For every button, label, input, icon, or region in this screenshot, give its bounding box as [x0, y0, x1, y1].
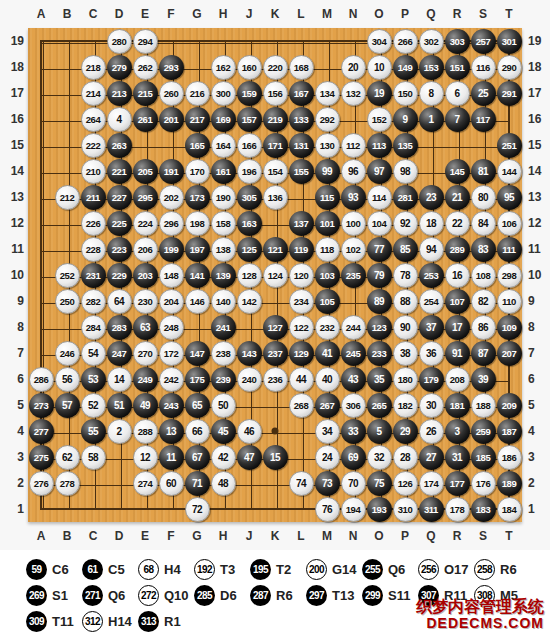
intersection-E5: 49 — [132, 392, 158, 418]
white-caption-stone: 192 — [194, 559, 215, 580]
white-stone-N15: 112 — [341, 133, 366, 158]
intersection-L18: 168 — [288, 54, 314, 80]
intersection-G6: 175 — [184, 366, 210, 392]
intersection-L8: 122 — [288, 314, 314, 340]
intersection-T1: 184 — [496, 496, 522, 522]
white-stone-F17: 260 — [159, 81, 184, 106]
intersection-M19 — [314, 28, 340, 54]
intersection-N15: 112 — [340, 132, 366, 158]
intersection-K17: 156 — [262, 80, 288, 106]
white-stone-C5: 52 — [81, 393, 106, 418]
black-stone-F5: 243 — [159, 393, 184, 418]
row-label: 18 — [524, 54, 548, 80]
intersection-R10: 16 — [444, 262, 470, 288]
intersection-M1: 76 — [314, 496, 340, 522]
white-stone-R12: 22 — [445, 211, 470, 236]
column-label: S — [470, 527, 496, 545]
intersection-Q11: 94 — [418, 236, 444, 262]
intersection-K5 — [262, 392, 288, 418]
white-stone-S2: 176 — [471, 471, 496, 496]
intersection-S5: 188 — [470, 392, 496, 418]
white-stone-S8: 86 — [471, 315, 496, 340]
intersection-T16 — [496, 106, 522, 132]
intersection-K14: 154 — [262, 158, 288, 184]
intersection-Q3: 27 — [418, 444, 444, 470]
white-stone-S12: 84 — [471, 211, 496, 236]
intersection-F12: 296 — [158, 210, 184, 236]
white-stone-H15: 164 — [211, 133, 236, 158]
black-stone-S19: 257 — [471, 29, 496, 54]
intersection-E15 — [132, 132, 158, 158]
black-stone-L11: 119 — [289, 237, 314, 262]
intersection-S6: 39 — [470, 366, 496, 392]
black-stone-N13: 93 — [341, 185, 366, 210]
intersection-P9: 88 — [392, 288, 418, 314]
intersection-O1: 193 — [366, 496, 392, 522]
intersection-T13: 95 — [496, 184, 522, 210]
intersection-T6 — [496, 366, 522, 392]
white-stone-T18: 290 — [497, 55, 522, 80]
caption-coordinate: T13 — [332, 588, 354, 603]
caption-entry-move-309: 309T11 — [26, 611, 82, 632]
intersection-D13: 227 — [106, 184, 132, 210]
intersection-Q16: 1 — [418, 106, 444, 132]
intersection-N18: 20 — [340, 54, 366, 80]
intersection-S19: 257 — [470, 28, 496, 54]
intersection-O14: 97 — [366, 158, 392, 184]
intersection-H14: 161 — [210, 158, 236, 184]
intersection-F1 — [158, 496, 184, 522]
intersection-T17: 291 — [496, 80, 522, 106]
row-label: 15 — [524, 132, 548, 158]
intersection-Q10: 253 — [418, 262, 444, 288]
intersection-E10: 203 — [132, 262, 158, 288]
intersection-K8: 127 — [262, 314, 288, 340]
intersection-G11: 197 — [184, 236, 210, 262]
black-stone-B5: 57 — [55, 393, 80, 418]
intersection-N7: 245 — [340, 340, 366, 366]
row-label: 11 — [524, 236, 548, 262]
black-stone-F16: 201 — [159, 107, 184, 132]
white-stone-F12: 296 — [159, 211, 184, 236]
white-stone-M11: 118 — [315, 237, 340, 262]
row-label: 9 — [2, 288, 26, 314]
caption-entry-move-312: 312H14 — [82, 611, 138, 632]
intersection-B7: 246 — [54, 340, 80, 366]
intersection-H19 — [210, 28, 236, 54]
black-caption-stone: 285 — [194, 585, 215, 606]
white-stone-E9: 230 — [133, 289, 158, 314]
black-stone-J13: 305 — [237, 185, 262, 210]
intersection-Q2: 174 — [418, 470, 444, 496]
caption-entry-move-299: 299S11 — [362, 585, 418, 606]
black-stone-Q13: 23 — [419, 185, 444, 210]
intersection-K2 — [262, 470, 288, 496]
black-stone-O5: 265 — [367, 393, 392, 418]
column-label: F — [158, 5, 184, 23]
intersection-R8: 17 — [444, 314, 470, 340]
intersection-H2: 48 — [210, 470, 236, 496]
caption-coordinate: O17 — [444, 562, 469, 577]
column-label: A — [28, 5, 54, 23]
intersection-T12: 106 — [496, 210, 522, 236]
column-label: B — [54, 5, 80, 23]
goban-area: ABCDEFGHJKLMNOPQRST 19181716151413121110… — [0, 0, 550, 550]
white-stone-C14: 210 — [81, 159, 106, 184]
black-stone-E16: 261 — [133, 107, 158, 132]
white-stone-O16: 152 — [367, 107, 392, 132]
intersection-H13: 190 — [210, 184, 236, 210]
intersection-T19: 301 — [496, 28, 522, 54]
intersection-C15: 222 — [80, 132, 106, 158]
black-stone-F14: 191 — [159, 159, 184, 184]
row-label: 2 — [524, 470, 548, 496]
intersection-S2: 176 — [470, 470, 496, 496]
intersection-A17 — [28, 80, 54, 106]
row-label: 3 — [524, 444, 548, 470]
white-stone-F7: 172 — [159, 341, 184, 366]
black-stone-R3: 31 — [445, 445, 470, 470]
black-stone-D13: 227 — [107, 185, 132, 210]
intersection-O19: 304 — [366, 28, 392, 54]
intersection-C17: 214 — [80, 80, 106, 106]
black-stone-H14: 161 — [211, 159, 236, 184]
column-label: Q — [418, 5, 444, 23]
white-stone-Q19: 302 — [419, 29, 444, 54]
white-stone-C15: 222 — [81, 133, 106, 158]
intersection-H17: 300 — [210, 80, 236, 106]
black-caption-stone: 195 — [250, 559, 271, 580]
intersection-L3 — [288, 444, 314, 470]
white-stone-R17: 6 — [445, 81, 470, 106]
intersection-G19 — [184, 28, 210, 54]
white-stone-L2: 74 — [289, 471, 314, 496]
intersection-R19: 303 — [444, 28, 470, 54]
intersection-C18: 218 — [80, 54, 106, 80]
black-stone-F3: 11 — [159, 445, 184, 470]
black-stone-F11: 199 — [159, 237, 184, 262]
white-stone-L8: 122 — [289, 315, 314, 340]
intersection-O8: 123 — [366, 314, 392, 340]
intersection-R14: 145 — [444, 158, 470, 184]
intersection-P11: 85 — [392, 236, 418, 262]
white-stone-H2: 48 — [211, 471, 236, 496]
row-label: 7 — [2, 340, 26, 366]
white-stone-O12: 104 — [367, 211, 392, 236]
intersection-O2: 75 — [366, 470, 392, 496]
column-label: B — [54, 527, 80, 545]
white-stone-J14: 196 — [237, 159, 262, 184]
black-stone-Q16: 1 — [419, 107, 444, 132]
intersection-F7: 172 — [158, 340, 184, 366]
row-label: 4 — [2, 418, 26, 444]
black-stone-P4: 29 — [393, 419, 418, 444]
watermark-url: DEDECMS.COM — [416, 616, 544, 631]
column-label: G — [184, 5, 210, 23]
caption-entry-move-61: 61C5 — [82, 559, 138, 580]
intersection-N6: 43 — [340, 366, 366, 392]
black-stone-J3: 47 — [237, 445, 262, 470]
white-stone-G9: 146 — [185, 289, 210, 314]
black-stone-N4: 33 — [341, 419, 366, 444]
black-stone-O10: 79 — [367, 263, 392, 288]
row-label: 16 — [2, 106, 26, 132]
intersection-P19: 266 — [392, 28, 418, 54]
intersection-E9: 230 — [132, 288, 158, 314]
intersection-S18: 116 — [470, 54, 496, 80]
white-stone-S10: 108 — [471, 263, 496, 288]
black-stone-S16: 117 — [471, 107, 496, 132]
white-stone-T12: 106 — [497, 211, 522, 236]
intersection-B13: 212 — [54, 184, 80, 210]
black-caption-stone: 269 — [26, 585, 47, 606]
intersection-R4: 3 — [444, 418, 470, 444]
row-label: 12 — [524, 210, 548, 236]
intersection-M18 — [314, 54, 340, 80]
intersection-S8: 86 — [470, 314, 496, 340]
intersection-M13: 115 — [314, 184, 340, 210]
black-stone-K16: 219 — [263, 107, 288, 132]
black-stone-D17: 213 — [107, 81, 132, 106]
black-stone-G13: 173 — [185, 185, 210, 210]
intersection-G4: 66 — [184, 418, 210, 444]
intersection-T11: 111 — [496, 236, 522, 262]
white-stone-L6: 44 — [289, 367, 314, 392]
black-caption-stone: 255 — [362, 559, 383, 580]
caption-coordinate: C6 — [52, 562, 69, 577]
column-label: J — [236, 527, 262, 545]
white-stone-S5: 188 — [471, 393, 496, 418]
black-stone-T13: 95 — [497, 185, 522, 210]
intersection-Q9: 254 — [418, 288, 444, 314]
black-stone-K3: 15 — [263, 445, 288, 470]
white-stone-P19: 266 — [393, 29, 418, 54]
white-stone-N1: 194 — [341, 497, 366, 522]
black-stone-O8: 123 — [367, 315, 392, 340]
white-stone-H11: 138 — [211, 237, 236, 262]
black-stone-C4: 55 — [81, 419, 106, 444]
intersection-A4: 277 — [28, 418, 54, 444]
white-stone-G14: 170 — [185, 159, 210, 184]
caption-entry-move-287: 287R6 — [250, 585, 306, 606]
intersection-N3: 69 — [340, 444, 366, 470]
white-stone-K17: 156 — [263, 81, 288, 106]
stone-grid: 2802943042663023032573012182792622931621… — [28, 28, 522, 522]
intersection-J12: 163 — [236, 210, 262, 236]
white-stone-T3: 186 — [497, 445, 522, 470]
intersection-E8: 63 — [132, 314, 158, 340]
white-stone-G17: 216 — [185, 81, 210, 106]
black-stone-J17: 159 — [237, 81, 262, 106]
intersection-O10: 79 — [366, 262, 392, 288]
white-stone-P9: 88 — [393, 289, 418, 314]
intersection-S3: 185 — [470, 444, 496, 470]
black-stone-T19: 301 — [497, 29, 522, 54]
row-label: 1 — [524, 496, 548, 522]
column-label: H — [210, 527, 236, 545]
column-label: O — [366, 5, 392, 23]
caption-entry-move-192: 192T3 — [194, 559, 250, 580]
black-stone-O7: 233 — [367, 341, 392, 366]
intersection-J6: 240 — [236, 366, 262, 392]
black-stone-K8: 127 — [263, 315, 288, 340]
star-point-K4 — [272, 428, 279, 435]
intersection-T18: 290 — [496, 54, 522, 80]
black-stone-G2: 71 — [185, 471, 210, 496]
black-stone-C10: 231 — [81, 263, 106, 288]
black-stone-L12: 137 — [289, 211, 314, 236]
row-label: 10 — [524, 262, 548, 288]
white-stone-P12: 92 — [393, 211, 418, 236]
go-board: 2802943042663023032573012182792622931621… — [28, 28, 522, 522]
column-labels-top: ABCDEFGHJKLMNOPQRST — [28, 5, 522, 23]
intersection-M14: 99 — [314, 158, 340, 184]
white-stone-D16: 4 — [107, 107, 132, 132]
intersection-M4: 34 — [314, 418, 340, 444]
black-stone-L17: 167 — [289, 81, 314, 106]
intersection-S7: 87 — [470, 340, 496, 366]
intersection-F16: 201 — [158, 106, 184, 132]
intersection-M2: 73 — [314, 470, 340, 496]
intersection-F10: 148 — [158, 262, 184, 288]
intersection-H7: 238 — [210, 340, 236, 366]
intersection-Q8: 37 — [418, 314, 444, 340]
black-stone-R13: 21 — [445, 185, 470, 210]
column-label: T — [496, 527, 522, 545]
intersection-L11: 119 — [288, 236, 314, 262]
white-stone-L9: 234 — [289, 289, 314, 314]
intersection-S9: 82 — [470, 288, 496, 314]
intersection-H9: 140 — [210, 288, 236, 314]
intersection-E16: 261 — [132, 106, 158, 132]
intersection-C2 — [80, 470, 106, 496]
black-stone-M2: 73 — [315, 471, 340, 496]
black-stone-H6: 239 — [211, 367, 236, 392]
intersection-D5: 51 — [106, 392, 132, 418]
white-stone-O3: 32 — [367, 445, 392, 470]
column-label: L — [288, 5, 314, 23]
white-stone-O13: 114 — [367, 185, 392, 210]
intersection-J13: 305 — [236, 184, 262, 210]
column-label: P — [392, 527, 418, 545]
intersection-D9: 64 — [106, 288, 132, 314]
white-stone-D9: 64 — [107, 289, 132, 314]
column-label: K — [262, 5, 288, 23]
white-stone-A2: 276 — [29, 471, 54, 496]
white-stone-R6: 208 — [445, 367, 470, 392]
intersection-L14: 155 — [288, 158, 314, 184]
intersection-Q12: 18 — [418, 210, 444, 236]
black-stone-R19: 303 — [445, 29, 470, 54]
intersection-K15: 171 — [262, 132, 288, 158]
white-stone-A6: 286 — [29, 367, 54, 392]
white-stone-O19: 304 — [367, 29, 392, 54]
intersection-S17: 25 — [470, 80, 496, 106]
column-label: G — [184, 527, 210, 545]
black-caption-stone: 313 — [138, 611, 159, 632]
row-label: 3 — [2, 444, 26, 470]
black-stone-E14: 205 — [133, 159, 158, 184]
white-stone-Q5: 30 — [419, 393, 444, 418]
black-stone-S14: 81 — [471, 159, 496, 184]
intersection-F18: 293 — [158, 54, 184, 80]
black-stone-K7: 237 — [263, 341, 288, 366]
white-stone-J10: 128 — [237, 263, 262, 288]
intersection-L2: 74 — [288, 470, 314, 496]
black-stone-H8: 241 — [211, 315, 236, 340]
white-stone-E11: 206 — [133, 237, 158, 262]
intersection-J7: 143 — [236, 340, 262, 366]
caption-coordinate: T11 — [52, 614, 74, 629]
intersection-J11: 125 — [236, 236, 262, 262]
intersection-G2: 71 — [184, 470, 210, 496]
intersection-G3: 67 — [184, 444, 210, 470]
white-stone-C9: 282 — [81, 289, 106, 314]
white-caption-stone: 258 — [474, 559, 495, 580]
white-stone-D4: 2 — [107, 419, 132, 444]
white-stone-M15: 130 — [315, 133, 340, 158]
black-stone-M13: 115 — [315, 185, 340, 210]
black-caption-stone: 299 — [362, 585, 383, 606]
intersection-P14: 98 — [392, 158, 418, 184]
black-stone-S3: 185 — [471, 445, 496, 470]
intersection-D16: 4 — [106, 106, 132, 132]
column-label: D — [106, 527, 132, 545]
intersection-T15: 251 — [496, 132, 522, 158]
white-stone-L5: 268 — [289, 393, 314, 418]
black-stone-O14: 97 — [367, 159, 392, 184]
white-stone-G4: 66 — [185, 419, 210, 444]
intersection-P10: 78 — [392, 262, 418, 288]
black-stone-D14: 221 — [107, 159, 132, 184]
intersection-H15: 164 — [210, 132, 236, 158]
intersection-L16: 133 — [288, 106, 314, 132]
intersection-F6: 242 — [158, 366, 184, 392]
black-stone-O6: 35 — [367, 367, 392, 392]
caption-entry-move-68: 68H4 — [138, 559, 194, 580]
column-label: M — [314, 527, 340, 545]
intersection-N4: 33 — [340, 418, 366, 444]
white-stone-P1: 310 — [393, 497, 418, 522]
intersection-J19 — [236, 28, 262, 54]
intersection-J15: 166 — [236, 132, 262, 158]
intersection-E7: 270 — [132, 340, 158, 366]
intersection-F17: 260 — [158, 80, 184, 106]
intersection-J9: 142 — [236, 288, 262, 314]
black-caption-stone: 309 — [26, 611, 47, 632]
intersection-B14 — [54, 158, 80, 184]
intersection-N5: 306 — [340, 392, 366, 418]
intersection-A6: 286 — [28, 366, 54, 392]
white-stone-N2: 70 — [341, 471, 366, 496]
intersection-M10: 103 — [314, 262, 340, 288]
black-stone-M10: 103 — [315, 263, 340, 288]
black-caption-stone: 61 — [82, 559, 103, 580]
intersection-R13: 21 — [444, 184, 470, 210]
intersection-M16: 292 — [314, 106, 340, 132]
row-label: 10 — [2, 262, 26, 288]
intersection-K6: 236 — [262, 366, 288, 392]
intersection-L17: 167 — [288, 80, 314, 106]
white-caption-stone: 312 — [82, 611, 103, 632]
caption-entry-move-195: 195T2 — [250, 559, 306, 580]
watermark-chinese: 织梦内容管理系统 — [416, 598, 544, 616]
intersection-K11: 121 — [262, 236, 288, 262]
white-stone-P10: 78 — [393, 263, 418, 288]
caption-entry-move-272: 272Q10 — [138, 585, 194, 606]
intersection-B9: 250 — [54, 288, 80, 314]
black-stone-G7: 147 — [185, 341, 210, 366]
